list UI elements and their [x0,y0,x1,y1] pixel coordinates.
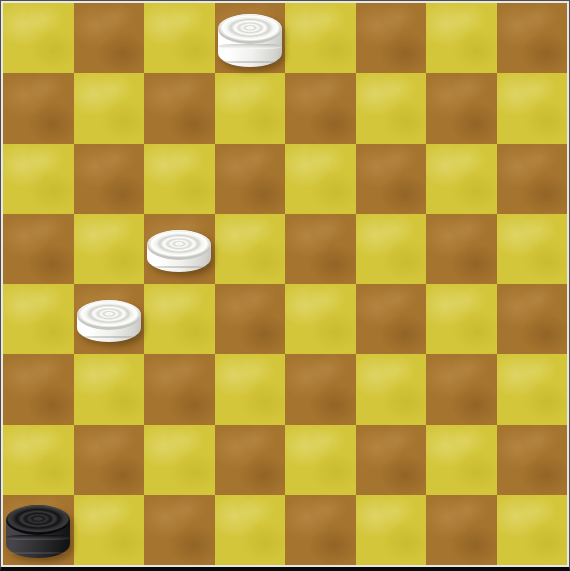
square-h4[interactable] [497,284,568,354]
square-c2 [144,425,215,495]
square-h2[interactable] [497,425,568,495]
board-frame [0,0,570,571]
square-g8 [426,3,497,73]
square-g3[interactable] [426,354,497,424]
square-d3 [215,354,286,424]
king-stack-groove [6,535,70,540]
square-h6[interactable] [497,144,568,214]
square-e2 [285,425,356,495]
square-d6[interactable] [215,144,286,214]
square-a3[interactable] [3,354,74,424]
square-c3[interactable] [144,354,215,424]
square-b5 [74,214,145,284]
square-b8[interactable] [74,3,145,73]
square-h7 [497,73,568,143]
square-c7[interactable] [144,73,215,143]
square-h8[interactable] [497,3,568,73]
square-g7[interactable] [426,73,497,143]
square-e8 [285,3,356,73]
square-h1 [497,495,568,565]
black-king-a1[interactable] [6,505,70,558]
white-piece-top-rings [147,230,211,260]
king-stack-groove [218,44,282,49]
white-king-d8[interactable] [218,14,282,67]
square-f8[interactable] [356,3,427,73]
square-e6 [285,144,356,214]
white-man-b4[interactable] [77,300,141,342]
square-e1[interactable] [285,495,356,565]
square-g5[interactable] [426,214,497,284]
square-g2 [426,425,497,495]
square-h5 [497,214,568,284]
white-piece-top-rings [218,14,282,44]
square-e4 [285,284,356,354]
square-b3 [74,354,145,424]
square-d5 [215,214,286,284]
white-man-c5[interactable] [147,230,211,272]
square-b6[interactable] [74,144,145,214]
square-a5[interactable] [3,214,74,284]
square-c4 [144,284,215,354]
square-d2[interactable] [215,425,286,495]
white-piece-top-rings [77,300,141,330]
square-g1[interactable] [426,495,497,565]
square-f4[interactable] [356,284,427,354]
square-b7 [74,73,145,143]
square-a4 [3,284,74,354]
square-f6[interactable] [356,144,427,214]
square-f2[interactable] [356,425,427,495]
square-d4[interactable] [215,284,286,354]
square-d7 [215,73,286,143]
square-b1 [74,495,145,565]
checkers-board [3,3,567,565]
square-e5[interactable] [285,214,356,284]
square-a2 [3,425,74,495]
square-f7 [356,73,427,143]
square-g4 [426,284,497,354]
square-b2[interactable] [74,425,145,495]
square-e3[interactable] [285,354,356,424]
square-f5 [356,214,427,284]
square-a8 [3,3,74,73]
square-e7[interactable] [285,73,356,143]
square-h3 [497,354,568,424]
square-g6 [426,144,497,214]
square-a6 [3,144,74,214]
square-c8 [144,3,215,73]
square-f3 [356,354,427,424]
square-a7[interactable] [3,73,74,143]
square-d1 [215,495,286,565]
square-c6 [144,144,215,214]
square-f1 [356,495,427,565]
square-c1[interactable] [144,495,215,565]
